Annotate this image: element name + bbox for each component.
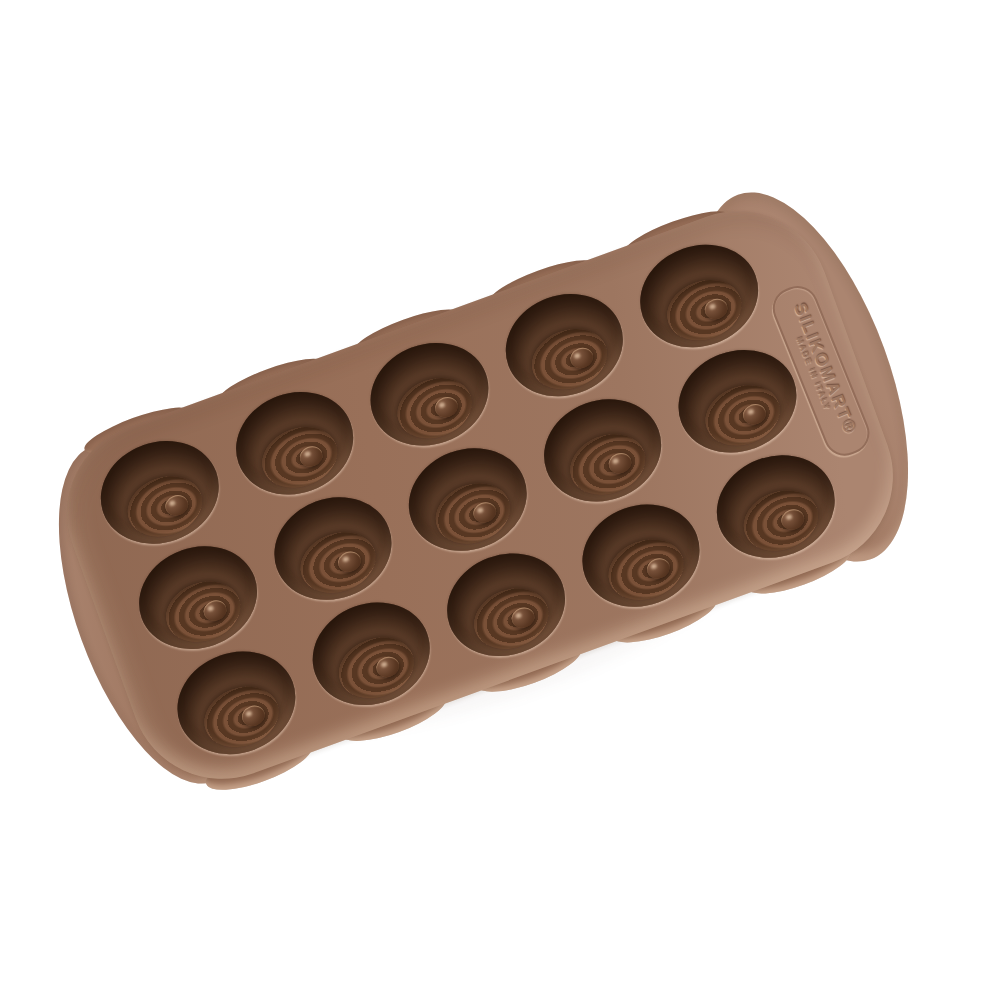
cavity <box>433 537 580 672</box>
swirl-center-bump <box>605 450 633 476</box>
cavity <box>356 327 503 462</box>
cavity <box>221 376 368 511</box>
cavity-swirl-disc <box>465 578 557 659</box>
swirl-center-bump <box>644 555 672 581</box>
swirl-center-bump <box>702 296 730 322</box>
swirl-center-bump <box>374 654 402 680</box>
swirl-center-bump <box>239 703 267 729</box>
cavity <box>529 383 676 518</box>
swirl-center-bump <box>432 394 460 420</box>
cavity-swirl-disc <box>157 571 249 652</box>
cavity <box>703 439 850 574</box>
swirl-center-bump <box>509 604 537 630</box>
chocolate-mold: SILIKOMART® MADE IN ITALY <box>41 185 919 804</box>
cavity-swirl-disc <box>427 473 519 554</box>
product-photo-scene: SILIKOMART® MADE IN ITALY <box>0 0 1000 1000</box>
cavity-swirl-disc <box>119 466 211 547</box>
cavity <box>163 635 310 770</box>
swirl-center-bump <box>162 492 190 518</box>
swirl-center-bump <box>201 597 229 623</box>
swirl-center-bump <box>336 548 364 574</box>
cavity <box>125 530 272 665</box>
cavity <box>394 432 541 567</box>
cavity-swirl-disc <box>524 319 616 400</box>
cavity <box>626 229 773 364</box>
cavity-swirl-disc <box>254 417 346 498</box>
swirl-center-bump <box>297 443 325 469</box>
cavity-swirl-disc <box>659 270 751 351</box>
cavity <box>86 425 233 560</box>
swirl-center-bump <box>779 506 807 532</box>
cavity-swirl-disc <box>735 480 827 561</box>
cavity-swirl-disc <box>195 677 287 758</box>
cavity-swirl-disc <box>562 424 654 505</box>
cavity-swirl-disc <box>697 375 789 456</box>
cavity-swirl-disc <box>292 522 384 603</box>
cavity <box>491 278 638 413</box>
cavity <box>260 481 407 616</box>
cavity-swirl-disc <box>389 368 481 449</box>
cavity-swirl-disc <box>600 529 692 610</box>
mold-body: SILIKOMART® MADE IN ITALY <box>41 185 919 804</box>
swirl-center-bump <box>740 401 768 427</box>
cavity-swirl-disc <box>330 628 422 709</box>
swirl-center-bump <box>471 499 499 525</box>
cavity <box>298 586 445 721</box>
swirl-center-bump <box>567 345 595 371</box>
cavity <box>568 488 715 623</box>
cavity-grid <box>41 185 919 804</box>
